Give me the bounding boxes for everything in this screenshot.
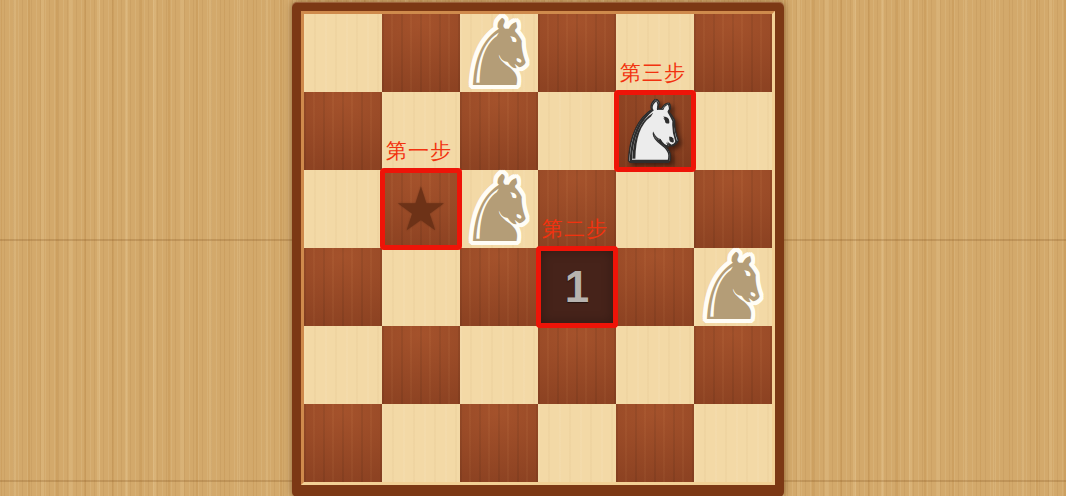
tan-knight-piece[interactable]: ♞	[458, 171, 540, 249]
square-r5c1[interactable]	[382, 404, 460, 482]
square-r0c2[interactable]: ♞	[460, 14, 538, 92]
square-r2c0[interactable]	[304, 170, 382, 248]
square-r5c3[interactable]	[538, 404, 616, 482]
square-r1c0[interactable]	[304, 92, 382, 170]
square-r0c1[interactable]	[382, 14, 460, 92]
square-r5c5[interactable]	[694, 404, 772, 482]
square-r4c3[interactable]	[538, 326, 616, 404]
square-r1c3[interactable]	[538, 92, 616, 170]
step-label: 第一步	[386, 137, 452, 165]
square-r2c4[interactable]	[616, 170, 694, 248]
board-grid: ♞♞♘第三步★第一步♞1第二步♞	[304, 14, 772, 482]
square-r4c4[interactable]	[616, 326, 694, 404]
tan-knight-piece[interactable]: ♞	[458, 15, 540, 93]
square-r4c2[interactable]	[460, 326, 538, 404]
chess-board: ♞♞♘第三步★第一步♞1第二步♞	[292, 2, 784, 496]
square-r0c5[interactable]	[694, 14, 772, 92]
square-r3c5[interactable]: ♞	[694, 248, 772, 326]
square-r5c4[interactable]	[616, 404, 694, 482]
square-r2c2[interactable]: ♞	[460, 170, 538, 248]
square-r4c1[interactable]	[382, 326, 460, 404]
square-r5c0[interactable]	[304, 404, 382, 482]
square-r5c2[interactable]	[460, 404, 538, 482]
star-marker: ★	[394, 170, 448, 248]
square-r3c4[interactable]	[616, 248, 694, 326]
app-background: { "game": "chess", "context": "knight mo…	[0, 0, 1066, 496]
square-r1c4[interactable]: ♞♘第三步	[616, 92, 694, 170]
square-r1c5[interactable]	[694, 92, 772, 170]
square-r3c3[interactable]: 1第二步	[538, 248, 616, 326]
square-r2c1[interactable]: ★第一步	[382, 170, 460, 248]
square-r0c0[interactable]	[304, 14, 382, 92]
board-frame: ♞♞♘第三步★第一步♞1第二步♞	[301, 11, 775, 485]
step-label: 第三步	[620, 59, 686, 87]
white-knight-piece[interactable]: ♞♘	[619, 95, 691, 167]
square-r4c0[interactable]	[304, 326, 382, 404]
tan-knight-piece[interactable]: ♞	[692, 249, 774, 327]
square-r0c3[interactable]	[538, 14, 616, 92]
move-count: 1	[565, 248, 589, 326]
square-r3c1[interactable]	[382, 248, 460, 326]
step-label: 第二步	[542, 215, 608, 243]
white-knight-outline: ♘	[619, 95, 691, 167]
square-r3c0[interactable]	[304, 248, 382, 326]
